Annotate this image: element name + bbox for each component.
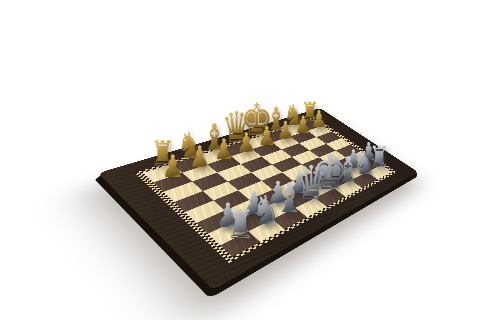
piece-black-pawn-d7[interactable]: ♟ xyxy=(237,129,257,156)
piece-black-pawn-a7[interactable]: ♟ xyxy=(162,151,184,182)
black-pawn-glyph: ♟ xyxy=(294,113,311,137)
piece-black-pawn-c7[interactable]: ♟ xyxy=(214,136,234,164)
white-knight-glyph: ♞ xyxy=(252,190,281,230)
white-rook-glyph: ♜ xyxy=(226,204,255,244)
piece-black-pawn-f7[interactable]: ♟ xyxy=(277,118,295,143)
black-pawn-glyph: ♟ xyxy=(189,143,210,173)
black-pawn-glyph: ♟ xyxy=(162,151,184,182)
piece-black-pawn-h7[interactable]: ♟ xyxy=(311,108,328,131)
black-pawn-glyph: ♟ xyxy=(277,118,295,143)
black-pawn-glyph: ♟ xyxy=(311,108,328,131)
black-pawn-glyph: ♟ xyxy=(257,123,276,149)
piece-black-pawn-g7[interactable]: ♟ xyxy=(294,113,311,137)
piece-black-pawn-e7[interactable]: ♟ xyxy=(257,123,276,149)
piece-white-rook-a1[interactable]: ♜ xyxy=(226,204,255,244)
black-pawn-glyph: ♟ xyxy=(214,136,234,164)
piece-black-pawn-b7[interactable]: ♟ xyxy=(189,143,210,173)
black-pawn-glyph: ♟ xyxy=(237,129,257,156)
piece-white-knight-b1[interactable]: ♞ xyxy=(252,190,281,230)
product-photo-scene: ♜♞♝♛♚♝♞♜♟♟♟♟♟♟♟♟♟♟♟♟♟♟♟♟♜♞♝♛♚♝♞♜ xyxy=(0,0,480,320)
